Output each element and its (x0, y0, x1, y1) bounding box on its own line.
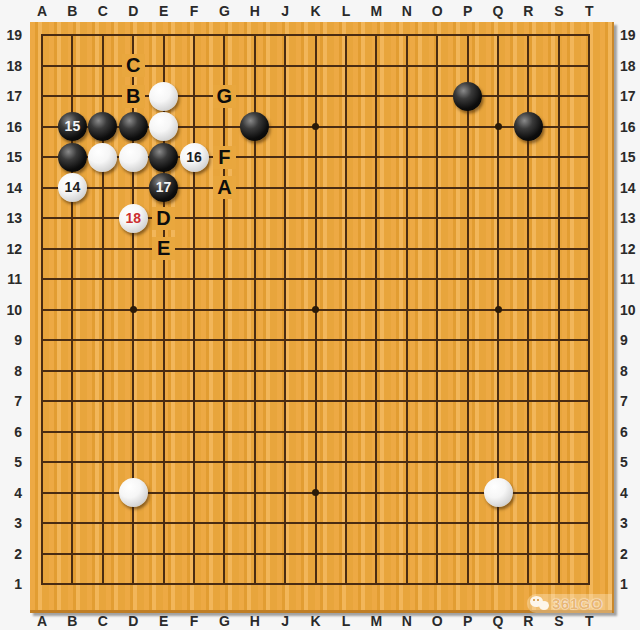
stone-white-E17 (149, 82, 178, 111)
column-label-bottom: Q (483, 613, 513, 629)
row-label-right: 8 (620, 363, 640, 379)
column-label-top: A (27, 3, 57, 19)
row-label-right: 14 (620, 180, 640, 196)
column-label-bottom: T (574, 613, 604, 629)
move-number: 15 (58, 112, 87, 141)
grid-horizontal-line (41, 522, 590, 524)
row-label-right: 19 (620, 27, 640, 43)
column-label-top: N (392, 3, 422, 19)
column-label-top: H (240, 3, 270, 19)
grid-horizontal-line (41, 431, 590, 433)
star-point (130, 306, 137, 313)
row-label-right: 16 (620, 119, 640, 135)
column-label-top: T (574, 3, 604, 19)
column-label-bottom: S (544, 613, 574, 629)
column-label-top: S (544, 3, 574, 19)
row-label-left: 13 (0, 210, 22, 226)
row-label-left: 16 (0, 119, 22, 135)
row-label-right: 18 (620, 58, 640, 74)
grid-horizontal-line (41, 583, 590, 585)
row-label-right: 3 (620, 515, 640, 531)
column-label-top: L (331, 3, 361, 19)
column-label-top: O (422, 3, 452, 19)
column-label-bottom: P (453, 613, 483, 629)
stone-white-E16 (149, 112, 178, 141)
row-label-right: 9 (620, 332, 640, 348)
point-label-B: B (122, 85, 145, 108)
grid-horizontal-line (41, 400, 590, 402)
grid-horizontal-line (41, 461, 590, 463)
column-label-top: C (88, 3, 118, 19)
row-label-left: 12 (0, 241, 22, 257)
grid-horizontal-line (41, 553, 590, 555)
column-label-top: G (209, 3, 239, 19)
grid-vertical-line (558, 34, 560, 585)
row-label-left: 3 (0, 515, 22, 531)
stone-black-E15 (149, 143, 178, 172)
grid-vertical-line (467, 34, 469, 585)
stone-black-P17 (453, 82, 482, 111)
grid-vertical-line (345, 34, 347, 585)
star-point (495, 306, 502, 313)
row-label-left: 15 (0, 149, 22, 165)
stone-black-B16: 15 (58, 112, 87, 141)
move-number: 14 (58, 173, 87, 202)
column-label-top: K (301, 3, 331, 19)
move-number: 18 (119, 204, 148, 233)
column-label-top: B (57, 3, 87, 19)
column-label-bottom: H (240, 613, 270, 629)
column-label-bottom: O (422, 613, 452, 629)
grid-horizontal-line (41, 370, 590, 372)
point-label-D: D (152, 207, 175, 230)
column-label-top: Q (483, 3, 513, 19)
row-label-right: 7 (620, 393, 640, 409)
stone-white-D15 (119, 143, 148, 172)
row-label-left: 6 (0, 424, 22, 440)
row-label-left: 14 (0, 180, 22, 196)
row-label-right: 13 (620, 210, 640, 226)
row-label-left: 10 (0, 302, 22, 318)
grid-vertical-line (436, 34, 438, 585)
row-label-right: 10 (620, 302, 640, 318)
column-label-bottom: K (301, 613, 331, 629)
column-label-bottom: B (57, 613, 87, 629)
column-label-bottom: N (392, 613, 422, 629)
point-label-C: C (122, 54, 145, 77)
wechat-icon (530, 595, 552, 612)
row-label-left: 18 (0, 58, 22, 74)
point-label-A: A (213, 176, 236, 199)
row-label-right: 4 (620, 485, 640, 501)
row-label-left: 19 (0, 27, 22, 43)
row-label-left: 11 (0, 271, 22, 287)
go-diagram: AABBCCDDEEFFGGHHJJKKLLMMNNOOPPQQRRSSTT19… (0, 0, 640, 630)
move-number: 17 (149, 173, 178, 202)
point-label-E: E (152, 237, 175, 260)
row-label-right: 1 (620, 576, 640, 592)
row-label-right: 6 (620, 424, 640, 440)
row-label-left: 9 (0, 332, 22, 348)
grid-vertical-line (588, 34, 590, 585)
column-label-bottom: M (361, 613, 391, 629)
stone-black-R16 (514, 112, 543, 141)
column-label-bottom: R (513, 613, 543, 629)
stone-white-Q4 (484, 478, 513, 507)
stone-white-B14: 14 (58, 173, 87, 202)
stone-white-C15 (88, 143, 117, 172)
column-label-bottom: A (27, 613, 57, 629)
grid-horizontal-line (41, 339, 590, 341)
row-label-right: 5 (620, 454, 640, 470)
stone-white-F15: 16 (180, 143, 209, 172)
column-label-bottom: E (149, 613, 179, 629)
row-label-left: 1 (0, 576, 22, 592)
star-point (495, 123, 502, 130)
column-label-top: M (361, 3, 391, 19)
row-label-right: 15 (620, 149, 640, 165)
column-label-bottom: D (118, 613, 148, 629)
stone-black-B15 (58, 143, 87, 172)
point-label-G: G (213, 85, 236, 108)
column-label-bottom: C (88, 613, 118, 629)
watermark: 361GO (527, 594, 612, 613)
column-label-top: E (149, 3, 179, 19)
row-label-left: 5 (0, 454, 22, 470)
stone-black-D16 (119, 112, 148, 141)
column-label-bottom: L (331, 613, 361, 629)
row-label-right: 11 (620, 271, 640, 287)
column-label-top: J (270, 3, 300, 19)
stone-black-E14: 17 (149, 173, 178, 202)
row-label-right: 17 (620, 88, 640, 104)
column-label-bottom: J (270, 613, 300, 629)
row-label-left: 7 (0, 393, 22, 409)
column-label-top: F (179, 3, 209, 19)
stone-white-D13: 18 (119, 204, 148, 233)
move-number: 16 (180, 143, 209, 172)
row-label-left: 17 (0, 88, 22, 104)
grid-vertical-line (375, 34, 377, 585)
column-label-top: R (513, 3, 543, 19)
point-label-F: F (213, 146, 236, 169)
column-label-bottom: G (209, 613, 239, 629)
row-label-right: 12 (620, 241, 640, 257)
column-label-top: P (453, 3, 483, 19)
row-label-left: 4 (0, 485, 22, 501)
watermark-text: 361GO (552, 595, 603, 612)
column-label-top: D (118, 3, 148, 19)
row-label-left: 2 (0, 546, 22, 562)
stone-white-D4 (119, 478, 148, 507)
grid-vertical-line (406, 34, 408, 585)
column-label-bottom: F (179, 613, 209, 629)
row-label-left: 8 (0, 363, 22, 379)
row-label-right: 2 (620, 546, 640, 562)
go-board (30, 22, 614, 613)
